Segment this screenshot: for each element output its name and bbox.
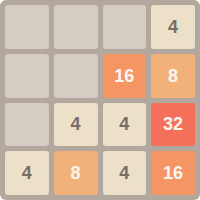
2048-board[interactable]: 4168443248416 <box>0 0 200 200</box>
empty-cell <box>54 54 98 98</box>
empty-cell <box>103 5 147 49</box>
tile-4: 4 <box>54 103 98 147</box>
tile-4: 4 <box>5 151 49 195</box>
tile-32: 32 <box>151 103 195 147</box>
empty-cell <box>5 54 49 98</box>
empty-cell <box>5 103 49 147</box>
tile-4: 4 <box>103 103 147 147</box>
tile-4: 4 <box>103 151 147 195</box>
tile-8: 8 <box>151 54 195 98</box>
empty-cell <box>5 5 49 49</box>
tile-8: 8 <box>54 151 98 195</box>
tile-16: 16 <box>151 151 195 195</box>
tile-16: 16 <box>103 54 147 98</box>
empty-cell <box>54 5 98 49</box>
tile-4: 4 <box>151 5 195 49</box>
